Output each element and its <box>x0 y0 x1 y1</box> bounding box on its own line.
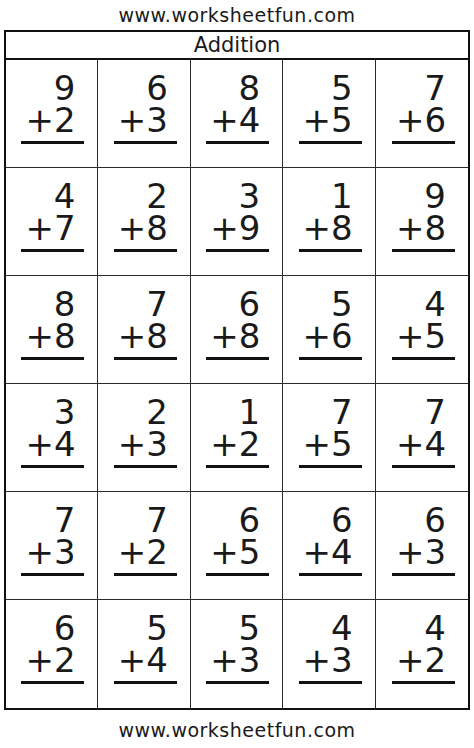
bottom-addend: 3 <box>146 428 168 460</box>
operator-row: +2 <box>21 104 84 136</box>
operator-row: +4 <box>21 428 84 460</box>
bottom-addend: 8 <box>146 212 168 244</box>
addition-problem: 4+2 <box>392 612 455 684</box>
problem-cell: 6+5 <box>191 492 283 600</box>
bottom-addend: 8 <box>239 320 261 352</box>
operator-row: +8 <box>114 212 177 244</box>
bottom-addend: 5 <box>425 320 447 352</box>
addition-problem: 7+5 <box>299 396 362 468</box>
answer-space <box>191 468 282 488</box>
answer-space <box>376 576 468 596</box>
operator-row: +5 <box>299 428 362 460</box>
answer-space <box>191 360 282 380</box>
problem-cell: 6+3 <box>376 492 468 600</box>
plus-sign: + <box>25 644 54 676</box>
operator-row: +8 <box>299 212 362 244</box>
plus-sign: + <box>396 320 425 352</box>
operator-row: +4 <box>299 536 362 568</box>
problem-cell: 4+2 <box>376 600 468 708</box>
answer-space <box>98 252 189 272</box>
operator-row: +4 <box>392 428 455 460</box>
operator-row: +3 <box>392 536 455 568</box>
answer-space <box>376 252 468 272</box>
operator-row: +8 <box>21 320 84 352</box>
operator-row: +7 <box>21 212 84 244</box>
addition-problem: 5+6 <box>299 288 362 360</box>
problem-cell: 1+8 <box>283 168 375 276</box>
plus-sign: + <box>210 428 239 460</box>
addition-problem: 7+8 <box>114 288 177 360</box>
addition-problem: 6+2 <box>21 612 84 684</box>
plus-sign: + <box>25 536 54 568</box>
bottom-addend: 8 <box>331 212 353 244</box>
addition-problem: 5+3 <box>206 612 269 684</box>
problem-cell: 8+4 <box>191 60 283 168</box>
problem-cell: 5+6 <box>283 276 375 384</box>
operator-row: +3 <box>206 644 269 676</box>
bottom-addend: 4 <box>425 428 447 460</box>
operator-row: +5 <box>299 104 362 136</box>
answer-space <box>6 252 97 272</box>
operator-row: +2 <box>114 536 177 568</box>
bottom-addend: 9 <box>239 212 261 244</box>
bottom-addend: 2 <box>146 536 168 568</box>
operator-row: +2 <box>21 644 84 676</box>
bottom-addend: 4 <box>331 536 353 568</box>
answer-space <box>98 468 189 488</box>
addition-problem: 6+3 <box>114 72 177 144</box>
problem-cell: 2+3 <box>98 384 190 492</box>
problem-cell: 9+8 <box>376 168 468 276</box>
bottom-addend: 2 <box>425 644 447 676</box>
problem-cell: 5+4 <box>98 600 190 708</box>
problem-cell: 5+5 <box>283 60 375 168</box>
problem-cell: 7+2 <box>98 492 190 600</box>
addition-problem: 3+4 <box>21 396 84 468</box>
answer-space <box>6 684 97 704</box>
answer-space <box>191 576 282 596</box>
addition-problem: 9+8 <box>392 180 455 252</box>
addition-problem: 6+5 <box>206 504 269 576</box>
operator-row: +6 <box>299 320 362 352</box>
addition-problem: 3+9 <box>206 180 269 252</box>
operator-row: +3 <box>114 428 177 460</box>
header-site-url: www.worksheetfun.com <box>0 0 474 30</box>
plus-sign: + <box>25 428 54 460</box>
bottom-addend: 7 <box>54 212 76 244</box>
bottom-addend: 2 <box>239 428 261 460</box>
plus-sign: + <box>303 212 332 244</box>
plus-sign: + <box>25 320 54 352</box>
bottom-addend: 2 <box>54 104 76 136</box>
plus-sign: + <box>303 320 332 352</box>
plus-sign: + <box>118 212 147 244</box>
answer-space <box>6 360 97 380</box>
answer-space <box>283 684 374 704</box>
answer-space <box>376 144 468 164</box>
addition-problem: 7+6 <box>392 72 455 144</box>
operator-row: +3 <box>114 104 177 136</box>
answer-space <box>376 360 468 380</box>
answer-space <box>283 252 374 272</box>
addition-problem: 6+3 <box>392 504 455 576</box>
answer-space <box>98 144 189 164</box>
worksheet-table: Addition 9+26+38+45+57+64+72+83+91+89+88… <box>4 30 470 710</box>
problem-cell: 7+8 <box>98 276 190 384</box>
addition-problem: 1+8 <box>299 180 362 252</box>
operator-row: +9 <box>206 212 269 244</box>
operator-row: +3 <box>21 536 84 568</box>
plus-sign: + <box>210 320 239 352</box>
operator-row: +4 <box>114 644 177 676</box>
bottom-addend: 3 <box>239 644 261 676</box>
answer-space <box>191 144 282 164</box>
plus-sign: + <box>396 104 425 136</box>
answer-space <box>98 576 189 596</box>
problem-cell: 3+4 <box>6 384 98 492</box>
problem-cell: 8+8 <box>6 276 98 384</box>
plus-sign: + <box>210 104 239 136</box>
problem-cell: 4+3 <box>283 600 375 708</box>
plus-sign: + <box>118 536 147 568</box>
operator-row: +8 <box>392 212 455 244</box>
plus-sign: + <box>303 428 332 460</box>
answer-space <box>283 576 374 596</box>
answer-space <box>191 252 282 272</box>
bottom-addend: 8 <box>146 320 168 352</box>
addition-problem: 2+8 <box>114 180 177 252</box>
addition-problem: 6+8 <box>206 288 269 360</box>
plus-sign: + <box>303 644 332 676</box>
problem-cell: 3+9 <box>191 168 283 276</box>
problem-cell: 6+4 <box>283 492 375 600</box>
problem-cell: 6+3 <box>98 60 190 168</box>
plus-sign: + <box>303 104 332 136</box>
problem-cell: 4+7 <box>6 168 98 276</box>
bottom-addend: 5 <box>239 536 261 568</box>
plus-sign: + <box>118 644 147 676</box>
operator-row: +6 <box>392 104 455 136</box>
problem-cell: 4+5 <box>376 276 468 384</box>
plus-sign: + <box>396 212 425 244</box>
bottom-addend: 6 <box>425 104 447 136</box>
bottom-addend: 8 <box>54 320 76 352</box>
answer-space <box>283 360 374 380</box>
bottom-addend: 5 <box>331 104 353 136</box>
answer-space <box>376 684 468 704</box>
bottom-addend: 5 <box>331 428 353 460</box>
addition-problem: 8+8 <box>21 288 84 360</box>
problems-grid: 9+26+38+45+57+64+72+83+91+89+88+87+86+85… <box>6 60 468 708</box>
addition-problem: 1+2 <box>206 396 269 468</box>
problem-cell: 7+6 <box>376 60 468 168</box>
answer-space <box>376 468 468 488</box>
plus-sign: + <box>118 428 147 460</box>
worksheet-title: Addition <box>6 32 468 60</box>
problem-cell: 6+8 <box>191 276 283 384</box>
plus-sign: + <box>210 536 239 568</box>
addition-problem: 4+7 <box>21 180 84 252</box>
plus-sign: + <box>303 536 332 568</box>
addition-problem: 7+3 <box>21 504 84 576</box>
bottom-addend: 3 <box>54 536 76 568</box>
problem-cell: 2+8 <box>98 168 190 276</box>
problem-cell: 6+2 <box>6 600 98 708</box>
bottom-addend: 6 <box>331 320 353 352</box>
operator-row: +5 <box>392 320 455 352</box>
plus-sign: + <box>210 212 239 244</box>
problem-cell: 9+2 <box>6 60 98 168</box>
addition-problem: 8+4 <box>206 72 269 144</box>
bottom-addend: 4 <box>146 644 168 676</box>
bottom-addend: 3 <box>425 536 447 568</box>
operator-row: +4 <box>206 104 269 136</box>
addition-problem: 7+4 <box>392 396 455 468</box>
problem-cell: 1+2 <box>191 384 283 492</box>
operator-row: +2 <box>392 644 455 676</box>
plus-sign: + <box>118 104 147 136</box>
answer-space <box>283 468 374 488</box>
operator-row: +2 <box>206 428 269 460</box>
problem-cell: 7+4 <box>376 384 468 492</box>
addition-problem: 7+2 <box>114 504 177 576</box>
addition-problem: 4+3 <box>299 612 362 684</box>
problem-cell: 7+5 <box>283 384 375 492</box>
bottom-addend: 4 <box>54 428 76 460</box>
answer-space <box>6 144 97 164</box>
problem-cell: 7+3 <box>6 492 98 600</box>
answer-space <box>98 684 189 704</box>
answer-space <box>98 360 189 380</box>
footer-site-url: www.worksheetfun.com <box>0 710 474 741</box>
bottom-addend: 4 <box>239 104 261 136</box>
plus-sign: + <box>25 104 54 136</box>
bottom-addend: 2 <box>54 644 76 676</box>
operator-row: +5 <box>206 536 269 568</box>
addition-problem: 2+3 <box>114 396 177 468</box>
answer-space <box>283 144 374 164</box>
plus-sign: + <box>210 644 239 676</box>
addition-problem: 4+5 <box>392 288 455 360</box>
addition-problem: 6+4 <box>299 504 362 576</box>
operator-row: +8 <box>114 320 177 352</box>
plus-sign: + <box>396 428 425 460</box>
bottom-addend: 3 <box>331 644 353 676</box>
plus-sign: + <box>118 320 147 352</box>
answer-space <box>191 684 282 704</box>
plus-sign: + <box>396 644 425 676</box>
answer-space <box>6 576 97 596</box>
addition-problem: 5+5 <box>299 72 362 144</box>
addition-problem: 5+4 <box>114 612 177 684</box>
problem-cell: 5+3 <box>191 600 283 708</box>
plus-sign: + <box>25 212 54 244</box>
operator-row: +8 <box>206 320 269 352</box>
addition-problem: 9+2 <box>21 72 84 144</box>
bottom-addend: 8 <box>425 212 447 244</box>
plus-sign: + <box>396 536 425 568</box>
operator-row: +3 <box>299 644 362 676</box>
bottom-addend: 3 <box>146 104 168 136</box>
answer-space <box>6 468 97 488</box>
